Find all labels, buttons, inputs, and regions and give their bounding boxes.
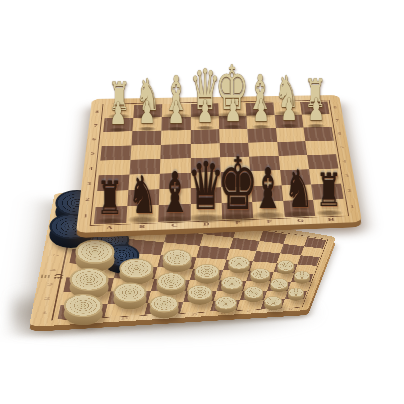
- checkers-square-r4c0: [66, 263, 117, 278]
- checkers-rank-label-3: 3: [47, 283, 54, 287]
- chess-square-a6: [101, 131, 132, 146]
- chess-square-b1: [126, 205, 159, 223]
- chess-file-label-c: C: [171, 223, 177, 228]
- chess-rank-label-right-8: 8: [333, 106, 337, 109]
- chess-square-f7: [247, 115, 276, 129]
- chess-file-label-h: H: [328, 217, 335, 222]
- chess-square-h8: [300, 101, 329, 114]
- chess-square-h6: [304, 127, 334, 141]
- checkers-square-r7c3: [180, 301, 214, 313]
- chess-square-g3: [280, 169, 311, 185]
- chess-square-g5: [277, 141, 307, 156]
- chess-square-e1: [222, 202, 254, 219]
- chess-file-label-a: A: [106, 225, 113, 230]
- chess-square-a4: [98, 160, 130, 176]
- checkers-file-label-d: D: [191, 313, 198, 316]
- checkers-square-r7c7: [282, 299, 304, 308]
- checkers-rank-label-1: 1: [41, 311, 48, 315]
- chess-square-d2: [191, 187, 222, 204]
- chess-square-b5: [130, 145, 161, 160]
- chess-square-c4: [160, 158, 190, 174]
- checkers-file-label-e: E: [220, 311, 226, 314]
- chess-square-f5: [249, 142, 279, 157]
- chess-square-g7: [274, 114, 303, 128]
- chess-square-f4: [249, 156, 279, 171]
- chess-square-c8: [162, 104, 191, 118]
- chess-square-h4: [307, 154, 338, 169]
- chess-file-label-d: D: [203, 221, 209, 226]
- checkers-rank-label-5: 5: [52, 253, 59, 257]
- chess-square-f6: [248, 128, 277, 142]
- chess-square-c5: [161, 144, 191, 159]
- chess-square-d8: [191, 103, 219, 116]
- checkers-square-r4c7: [291, 273, 313, 282]
- checkers-rank-label-2: 2: [44, 297, 51, 301]
- chess-square-d7: [191, 116, 220, 130]
- chess-square-e8: [218, 103, 246, 116]
- chess-square-e2: [221, 186, 252, 203]
- chess-square-d4: [191, 157, 221, 173]
- checkers-file-label-c: C: [158, 315, 166, 319]
- chess-square-f3: [250, 170, 281, 186]
- chess-square-b2: [127, 189, 159, 206]
- chess-square-c7: [162, 117, 191, 131]
- chess-square-c3: [160, 173, 191, 189]
- checkers-square-r4c1: [114, 265, 158, 279]
- checkers-file-label-g: G: [268, 309, 273, 312]
- chess-square-e5: [220, 142, 250, 157]
- checkers-file-label-f: F: [246, 310, 251, 313]
- chess-rank-label-right-4: 4: [342, 159, 346, 163]
- chess-square-a3: [97, 175, 130, 191]
- chess-square-a1: [93, 206, 127, 224]
- chess-square-d6: [191, 129, 220, 143]
- chess-rank-label-right-3: 3: [345, 174, 349, 178]
- checkers-rank-label-4: 4: [49, 268, 56, 272]
- chess-square-d5: [191, 143, 221, 158]
- chess-rank-label-left-2: 2: [85, 197, 89, 201]
- checkers-square-r4c2: [154, 267, 192, 280]
- checkers-square-r4c4: [220, 270, 250, 281]
- chess-square-b6: [131, 131, 161, 146]
- chess-square-h2: [311, 183, 343, 199]
- chess-square-e7: [219, 116, 248, 130]
- chess-square-e4: [220, 157, 250, 172]
- ce-mark: CE: [40, 274, 66, 280]
- checkers-square-r5c2: [151, 279, 189, 291]
- chess-rank-label-right-1: 1: [350, 204, 354, 208]
- chess-square-b8: [133, 104, 162, 118]
- chess-rank-label-left-4: 4: [89, 166, 93, 170]
- chess-square-h5: [305, 140, 335, 155]
- checkers-rank-label-8: 8: [61, 207, 69, 212]
- checkers-square-r7c4: [210, 300, 240, 311]
- checkers-rank-label-6: 6: [55, 238, 62, 243]
- chess-rank-label-right-2: 2: [347, 189, 351, 193]
- chess-rank-label-right-7: 7: [335, 118, 339, 122]
- chess-square-a5: [100, 145, 132, 160]
- chess-square-a8: [104, 105, 134, 119]
- chess-file-label-g: G: [297, 218, 304, 223]
- chess-board: ABCDEFGH1122334455667788: [76, 95, 362, 233]
- chess-rank-label-left-3: 3: [87, 181, 91, 185]
- chess-file-label-e: E: [235, 220, 241, 225]
- chess-file-label-f: F: [267, 219, 273, 224]
- chess-rank-label-right-6: 6: [338, 132, 342, 136]
- checkers-rank-label-7: 7: [58, 222, 66, 227]
- chess-square-f8: [246, 102, 275, 115]
- chess-square-g4: [278, 155, 309, 170]
- checkers-square-r5c4: [217, 281, 247, 291]
- chess-square-g6: [276, 128, 306, 142]
- chess-square-c1: [158, 204, 190, 222]
- product-photo-stage: ABCDEFGH12345678 CE ABCDEFGH112233445566…: [0, 0, 404, 404]
- chess-square-e3: [221, 171, 252, 187]
- checkers-square-r7c1: [104, 303, 148, 317]
- chess-square-h3: [309, 169, 340, 185]
- chess-rank-label-right-5: 5: [340, 145, 344, 149]
- chess-rank-label-left-8: 8: [95, 110, 99, 114]
- checkers-square-r7c0: [57, 304, 107, 319]
- chess-square-g1: [283, 200, 315, 217]
- checkers-file-label-b: B: [120, 317, 128, 321]
- chess-square-d1: [191, 203, 223, 220]
- chess-square-b4: [129, 159, 160, 175]
- chess-square-h1: [313, 199, 345, 216]
- ce-mark-text: CE: [51, 274, 65, 279]
- checkers-file-label-a: A: [76, 319, 86, 323]
- chess-rank-label-left-7: 7: [94, 123, 98, 127]
- checkers-square-r5c7: [288, 282, 310, 291]
- chess-square-f1: [252, 201, 284, 218]
- chess-square-a2: [95, 190, 128, 207]
- chess-square-f2: [251, 185, 283, 202]
- chess-file-label-b: B: [139, 224, 145, 229]
- chess-square-e6: [219, 129, 248, 143]
- chess-rank-label-left-6: 6: [92, 137, 96, 141]
- chess-square-a7: [103, 118, 133, 132]
- chess-square-g8: [273, 102, 302, 115]
- chess-square-c2: [159, 188, 190, 205]
- chess-square-b3: [128, 174, 160, 190]
- checkers-square-r7c2: [145, 302, 183, 314]
- checkers-square-r5c3: [186, 280, 220, 291]
- chess-rank-label-left-5: 5: [91, 151, 95, 155]
- chess-square-c6: [161, 130, 190, 145]
- checkers-square-r4c3: [189, 269, 223, 281]
- chess-square-b7: [132, 117, 162, 131]
- chess-square-h7: [302, 114, 331, 128]
- chess-grid: [93, 101, 345, 224]
- checkers-square-r5c1: [110, 279, 154, 292]
- chess-rank-label-left-1: 1: [83, 213, 87, 218]
- checkers-square-r5c0: [63, 278, 114, 292]
- checkers-file-label-h: H: [288, 308, 293, 311]
- chess-square-d3: [191, 172, 222, 188]
- chess-square-g2: [281, 184, 313, 200]
